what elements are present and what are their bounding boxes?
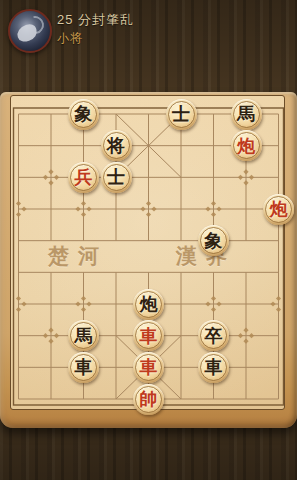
piece-glyph: 象 <box>205 232 223 250</box>
piece-black-rook[interactable]: 車 <box>198 352 229 383</box>
piece-black-general[interactable]: 将 <box>101 130 132 161</box>
piece-glyph: 卒 <box>205 327 223 345</box>
board-face[interactable]: 楚河 漢界 象士馬将炮兵士炮象炮馬車卒車車車帥 <box>10 95 285 410</box>
piece-glyph: 象 <box>75 105 93 123</box>
piece-black-horse[interactable]: 馬 <box>231 99 262 130</box>
player-rank: 小将 <box>57 30 83 47</box>
piece-glyph: 車 <box>140 358 158 376</box>
piece-red-general[interactable]: 帥 <box>133 384 164 415</box>
piece-glyph: 帥 <box>140 390 158 408</box>
game-screen: 25 分封肇乱 小将 楚河 漢界 象士馬将炮兵士炮象炮馬車卒車車車帥 <box>0 0 297 480</box>
piece-glyph: 馬 <box>75 327 93 345</box>
piece-glyph: 車 <box>75 358 93 376</box>
piece-glyph: 炮 <box>140 295 158 313</box>
piece-glyph: 士 <box>107 168 125 186</box>
piece-black-elephant[interactable]: 象 <box>198 225 229 256</box>
piece-black-horse[interactable]: 馬 <box>68 320 99 351</box>
piece-glyph: 車 <box>140 327 158 345</box>
piece-glyph: 士 <box>172 105 190 123</box>
piece-glyph: 将 <box>107 137 125 155</box>
piece-glyph: 馬 <box>237 105 255 123</box>
level-title: 25 分封肇乱 <box>57 11 134 29</box>
header: 25 分封肇乱 小将 <box>0 0 297 90</box>
piece-black-advisor[interactable]: 士 <box>101 162 132 193</box>
piece-glyph: 兵 <box>75 168 93 186</box>
piece-red-cannon[interactable]: 炮 <box>263 194 294 225</box>
piece-black-advisor[interactable]: 士 <box>166 99 197 130</box>
player-avatar[interactable] <box>8 9 52 53</box>
piece-red-rook[interactable]: 車 <box>133 320 164 351</box>
piece-glyph: 炮 <box>270 200 288 218</box>
piece-red-rook[interactable]: 車 <box>133 352 164 383</box>
piece-black-elephant[interactable]: 象 <box>68 99 99 130</box>
piece-black-rook[interactable]: 車 <box>68 352 99 383</box>
piece-glyph: 炮 <box>237 137 255 155</box>
xiangqi-board[interactable]: 楚河 漢界 象士馬将炮兵士炮象炮馬車卒車車車帥 <box>0 92 297 428</box>
piece-red-soldier[interactable]: 兵 <box>68 162 99 193</box>
piece-black-soldier[interactable]: 卒 <box>198 320 229 351</box>
piece-red-cannon[interactable]: 炮 <box>231 130 262 161</box>
piece-black-cannon[interactable]: 炮 <box>133 289 164 320</box>
piece-glyph: 車 <box>205 358 223 376</box>
